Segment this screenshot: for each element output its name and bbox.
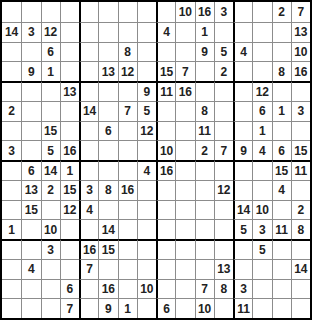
cell-r3c6-empty[interactable] (98, 42, 117, 62)
cell-r12c13-given: 5 (233, 219, 252, 239)
cell-r8c10-empty[interactable] (175, 140, 194, 160)
cell-r2c14-empty[interactable] (252, 22, 271, 42)
cell-r13c13-empty[interactable] (233, 239, 252, 259)
cell-r16c6-given: 9 (98, 298, 117, 318)
sudoku-board: 1016327143124113689541091131215728161391… (0, 0, 312, 320)
cell-r9c12-empty[interactable] (214, 160, 233, 180)
cell-r8c12-given: 7 (214, 140, 233, 160)
cell-r11c9-empty[interactable] (156, 200, 175, 220)
cell-r9c8-given: 4 (137, 160, 156, 180)
cell-r8c13-given: 9 (233, 140, 252, 160)
cell-r14c11-empty[interactable] (195, 259, 214, 279)
cell-r12c8-empty[interactable] (137, 219, 156, 239)
cell-r10c5-given: 3 (79, 180, 98, 200)
cell-r9c7-empty[interactable] (118, 160, 137, 180)
cell-r7c11-given: 11 (195, 121, 214, 141)
cell-r1c11-given: 16 (195, 2, 214, 22)
cell-r3c11-given: 9 (195, 42, 214, 62)
cell-r10c11-empty[interactable] (195, 180, 214, 200)
cell-r16c1-empty[interactable] (2, 298, 21, 318)
cell-r5c15-empty[interactable] (272, 81, 291, 101)
cell-r2c3-given: 12 (41, 22, 60, 42)
cell-r11c4-given: 12 (60, 200, 79, 220)
cell-r14c5-given: 7 (79, 259, 98, 279)
cell-r16c12-empty[interactable] (214, 298, 233, 318)
cell-r3c5-empty[interactable] (79, 42, 98, 62)
cell-r8c15-given: 6 (272, 140, 291, 160)
cell-r6c7-given: 7 (118, 101, 137, 121)
cell-r3c16-given: 10 (291, 42, 310, 62)
cell-r4c1-empty[interactable] (2, 61, 21, 81)
cell-r1c16-given: 7 (291, 2, 310, 22)
cell-r7c10-empty[interactable] (175, 121, 194, 141)
cell-r1c6-empty[interactable] (98, 2, 117, 22)
cell-r14c6-empty[interactable] (98, 259, 117, 279)
cell-r16c11-given: 10 (195, 298, 214, 318)
cell-r15c10-empty[interactable] (175, 279, 194, 299)
cell-r14c10-empty[interactable] (175, 259, 194, 279)
cell-r13c5-given: 16 (79, 239, 98, 259)
cell-r1c5-empty[interactable] (79, 2, 98, 22)
cell-r5c8-given: 9 (137, 81, 156, 101)
cell-r3c7-given: 8 (118, 42, 137, 62)
cell-r13c6-given: 15 (98, 239, 117, 259)
cell-r12c14-given: 3 (252, 219, 271, 239)
cell-r8c11-given: 2 (195, 140, 214, 160)
cell-r10c16-empty[interactable] (291, 180, 310, 200)
cell-r10c2-given: 13 (21, 180, 40, 200)
cell-r9c13-empty[interactable] (233, 160, 252, 180)
cell-r2c13-empty[interactable] (233, 22, 252, 42)
cell-r13c10-empty[interactable] (175, 239, 194, 259)
cell-r1c9-empty[interactable] (156, 2, 175, 22)
cell-r9c11-empty[interactable] (195, 160, 214, 180)
cell-r16c16-empty[interactable] (291, 298, 310, 318)
cell-r8c4-given: 16 (60, 140, 79, 160)
cell-r9c3-given: 14 (41, 160, 60, 180)
cell-r16c10-empty[interactable] (175, 298, 194, 318)
cell-r3c10-empty[interactable] (175, 42, 194, 62)
cell-r7c5-empty[interactable] (79, 121, 98, 141)
cell-r4c4-empty[interactable] (60, 61, 79, 81)
cell-r13c3-given: 3 (41, 239, 60, 259)
cell-r11c3-empty[interactable] (41, 200, 60, 220)
cell-r11c8-empty[interactable] (137, 200, 156, 220)
cell-r16c3-empty[interactable] (41, 298, 60, 318)
cell-r12c9-empty[interactable] (156, 219, 175, 239)
cell-r6c13-empty[interactable] (233, 101, 252, 121)
cell-r2c9-given: 4 (156, 22, 175, 42)
cell-r1c14-empty[interactable] (252, 2, 271, 22)
cell-r9c16-given: 11 (291, 160, 310, 180)
cell-r13c9-empty[interactable] (156, 239, 175, 259)
cell-r4c12-given: 2 (214, 61, 233, 81)
cell-r3c1-empty[interactable] (2, 42, 21, 62)
cell-r16c5-empty[interactable] (79, 298, 98, 318)
cell-r11c15-empty[interactable] (272, 200, 291, 220)
cell-r4c8-empty[interactable] (137, 61, 156, 81)
cell-r6c12-empty[interactable] (214, 101, 233, 121)
cell-r7c12-empty[interactable] (214, 121, 233, 141)
cell-r15c12-given: 8 (214, 279, 233, 299)
cell-r14c7-empty[interactable] (118, 259, 137, 279)
cell-r9c2-given: 6 (21, 160, 40, 180)
cell-r11c10-empty[interactable] (175, 200, 194, 220)
cell-r2c11-given: 1 (195, 22, 214, 42)
cell-r15c14-empty[interactable] (252, 279, 271, 299)
cell-r4c13-empty[interactable] (233, 61, 252, 81)
cell-r13c4-empty[interactable] (60, 239, 79, 259)
cell-r8c3-given: 5 (41, 140, 60, 160)
cell-r6c10-empty[interactable] (175, 101, 194, 121)
cell-r4c15-given: 8 (272, 61, 291, 81)
cell-r3c3-given: 6 (41, 42, 60, 62)
cell-r16c8-empty[interactable] (137, 298, 156, 318)
cell-r15c11-given: 7 (195, 279, 214, 299)
cell-r1c13-empty[interactable] (233, 2, 252, 22)
cell-r10c3-given: 2 (41, 180, 60, 200)
cell-r10c12-given: 12 (214, 180, 233, 200)
cell-r8c16-given: 15 (291, 140, 310, 160)
cell-r12c5-empty[interactable] (79, 219, 98, 239)
cell-r2c4-empty[interactable] (60, 22, 79, 42)
cell-r10c10-empty[interactable] (175, 180, 194, 200)
cell-r14c12-given: 13 (214, 259, 233, 279)
cell-r2c1-given: 14 (2, 22, 21, 42)
cell-r11c13-given: 14 (233, 200, 252, 220)
cell-r1c1-empty[interactable] (2, 2, 21, 22)
cell-r2c2-given: 3 (21, 22, 40, 42)
cell-r13c11-empty[interactable] (195, 239, 214, 259)
cell-r13c16-empty[interactable] (291, 239, 310, 259)
cell-r15c7-empty[interactable] (118, 279, 137, 299)
cell-r6c15-given: 1 (272, 101, 291, 121)
cell-r15c3-empty[interactable] (41, 279, 60, 299)
cell-r15c15-empty[interactable] (272, 279, 291, 299)
cell-r5c9-given: 11 (156, 81, 175, 101)
cell-r11c14-given: 10 (252, 200, 271, 220)
cell-r4c16-given: 16 (291, 61, 310, 81)
cell-r14c3-empty[interactable] (41, 259, 60, 279)
cell-r5c3-empty[interactable] (41, 81, 60, 101)
cell-r16c2-empty[interactable] (21, 298, 40, 318)
cell-r9c4-given: 1 (60, 160, 79, 180)
cell-r7c7-empty[interactable] (118, 121, 137, 141)
cell-r9c14-empty[interactable] (252, 160, 271, 180)
cell-r7c13-empty[interactable] (233, 121, 252, 141)
cell-r9c10-empty[interactable] (175, 160, 194, 180)
cell-r5c1-empty[interactable] (2, 81, 21, 101)
cell-r13c8-empty[interactable] (137, 239, 156, 259)
cell-r3c15-empty[interactable] (272, 42, 291, 62)
cell-r5c13-empty[interactable] (233, 81, 252, 101)
cell-r4c2-given: 9 (21, 61, 40, 81)
cell-r2c10-empty[interactable] (175, 22, 194, 42)
cell-r8c8-empty[interactable] (137, 140, 156, 160)
cell-r12c6-given: 14 (98, 219, 117, 239)
cell-r11c11-empty[interactable] (195, 200, 214, 220)
cell-r8c1-given: 3 (2, 140, 21, 160)
cell-r8c14-given: 4 (252, 140, 271, 160)
cell-r14c13-empty[interactable] (233, 259, 252, 279)
cell-r6c16-given: 3 (291, 101, 310, 121)
cell-r14c9-empty[interactable] (156, 259, 175, 279)
cell-r7c3-given: 15 (41, 121, 60, 141)
cell-r3c12-given: 5 (214, 42, 233, 62)
cell-r5c12-empty[interactable] (214, 81, 233, 101)
cell-r7c1-empty[interactable] (2, 121, 21, 141)
cell-r7c2-empty[interactable] (21, 121, 40, 141)
cell-r15c1-empty[interactable] (2, 279, 21, 299)
cell-r5c10-given: 16 (175, 81, 194, 101)
cell-r14c2-given: 4 (21, 259, 40, 279)
cell-r1c12-given: 3 (214, 2, 233, 22)
cell-r12c1-given: 1 (2, 219, 21, 239)
cell-r16c14-empty[interactable] (252, 298, 271, 318)
cell-r6c9-empty[interactable] (156, 101, 175, 121)
cell-r14c16-given: 14 (291, 259, 310, 279)
cell-r16c4-given: 7 (60, 298, 79, 318)
cell-r8c2-empty[interactable] (21, 140, 40, 160)
cell-r8c5-empty[interactable] (79, 140, 98, 160)
cell-r10c13-empty[interactable] (233, 180, 252, 200)
cell-r15c13-given: 3 (233, 279, 252, 299)
cell-r4c7-given: 12 (118, 61, 137, 81)
cell-r3c9-empty[interactable] (156, 42, 175, 62)
cell-r11c16-given: 2 (291, 200, 310, 220)
cell-r8c7-empty[interactable] (118, 140, 137, 160)
cell-r2c16-given: 13 (291, 22, 310, 42)
cell-r7c6-given: 6 (98, 121, 117, 141)
cell-r10c7-given: 16 (118, 180, 137, 200)
cell-r12c16-given: 8 (291, 219, 310, 239)
cell-r13c1-empty[interactable] (2, 239, 21, 259)
cell-r4c5-empty[interactable] (79, 61, 98, 81)
cell-r2c15-empty[interactable] (272, 22, 291, 42)
cell-r10c15-given: 4 (272, 180, 291, 200)
cell-r11c7-empty[interactable] (118, 200, 137, 220)
cell-r5c5-empty[interactable] (79, 81, 98, 101)
cell-r4c6-given: 13 (98, 61, 117, 81)
cell-r6c3-empty[interactable] (41, 101, 60, 121)
cell-r7c16-empty[interactable] (291, 121, 310, 141)
cell-r16c13-given: 11 (233, 298, 252, 318)
cell-r14c8-empty[interactable] (137, 259, 156, 279)
cell-r14c14-empty[interactable] (252, 259, 271, 279)
cell-r16c7-given: 1 (118, 298, 137, 318)
cell-r3c13-given: 4 (233, 42, 252, 62)
cell-r12c4-empty[interactable] (60, 219, 79, 239)
cell-r13c14-given: 5 (252, 239, 271, 259)
cell-r8c9-given: 10 (156, 140, 175, 160)
cell-r1c2-empty[interactable] (21, 2, 40, 22)
cell-r5c11-empty[interactable] (195, 81, 214, 101)
cell-r14c15-empty[interactable] (272, 259, 291, 279)
cell-r12c11-empty[interactable] (195, 219, 214, 239)
cell-r1c3-empty[interactable] (41, 2, 60, 22)
cell-r6c8-given: 5 (137, 101, 156, 121)
cell-r2c12-empty[interactable] (214, 22, 233, 42)
cell-r3c8-empty[interactable] (137, 42, 156, 62)
cell-r11c1-empty[interactable] (2, 200, 21, 220)
cell-r10c8-empty[interactable] (137, 180, 156, 200)
cell-r1c7-empty[interactable] (118, 2, 137, 22)
cell-r6c1-given: 2 (2, 101, 21, 121)
cell-r10c1-empty[interactable] (2, 180, 21, 200)
cell-r14c1-empty[interactable] (2, 259, 21, 279)
cell-r10c9-empty[interactable] (156, 180, 175, 200)
cell-r15c6-given: 16 (98, 279, 117, 299)
cell-r5c2-empty[interactable] (21, 81, 40, 101)
cell-r16c9-given: 6 (156, 298, 175, 318)
cell-r6c6-empty[interactable] (98, 101, 117, 121)
cell-r2c6-empty[interactable] (98, 22, 117, 42)
cell-r4c14-empty[interactable] (252, 61, 271, 81)
cell-r6c5-given: 14 (79, 101, 98, 121)
cell-r11c6-empty[interactable] (98, 200, 117, 220)
cell-r12c2-empty[interactable] (21, 219, 40, 239)
cell-r1c15-given: 2 (272, 2, 291, 22)
cell-r4c11-empty[interactable] (195, 61, 214, 81)
cell-r16c15-empty[interactable] (272, 298, 291, 318)
cell-r13c2-empty[interactable] (21, 239, 40, 259)
cell-r9c15-given: 15 (272, 160, 291, 180)
cell-r7c4-empty[interactable] (60, 121, 79, 141)
cell-r12c3-given: 10 (41, 219, 60, 239)
cell-r6c2-empty[interactable] (21, 101, 40, 121)
cell-r4c9-given: 15 (156, 61, 175, 81)
cell-r13c15-empty[interactable] (272, 239, 291, 259)
cell-r1c8-empty[interactable] (137, 2, 156, 22)
cell-r11c2-given: 15 (21, 200, 40, 220)
cell-r1c4-empty[interactable] (60, 2, 79, 22)
cell-r7c9-empty[interactable] (156, 121, 175, 141)
cell-r6c11-given: 8 (195, 101, 214, 121)
cell-r11c12-empty[interactable] (214, 200, 233, 220)
cell-r9c6-empty[interactable] (98, 160, 117, 180)
cell-r13c12-empty[interactable] (214, 239, 233, 259)
cell-r10c14-empty[interactable] (252, 180, 271, 200)
cell-r9c5-empty[interactable] (79, 160, 98, 180)
cell-r6c4-empty[interactable] (60, 101, 79, 121)
cell-r12c7-empty[interactable] (118, 219, 137, 239)
cell-r1c10-given: 10 (175, 2, 194, 22)
cell-r15c16-empty[interactable] (291, 279, 310, 299)
cell-r3c2-empty[interactable] (21, 42, 40, 62)
cell-r15c8-given: 10 (137, 279, 156, 299)
cell-r4c10-given: 7 (175, 61, 194, 81)
cell-r3c4-empty[interactable] (60, 42, 79, 62)
cell-r7c15-empty[interactable] (272, 121, 291, 141)
cell-r5c14-given: 12 (252, 81, 271, 101)
cell-r2c5-empty[interactable] (79, 22, 98, 42)
cell-r14c4-empty[interactable] (60, 259, 79, 279)
cell-r13c7-empty[interactable] (118, 239, 137, 259)
cell-r11c5-given: 4 (79, 200, 98, 220)
cell-r2c7-empty[interactable] (118, 22, 137, 42)
cell-r4c3-given: 1 (41, 61, 60, 81)
cell-r7c14-given: 1 (252, 121, 271, 141)
cell-r3c14-empty[interactable] (252, 42, 271, 62)
cell-r12c15-given: 11 (272, 219, 291, 239)
cell-r5c16-empty[interactable] (291, 81, 310, 101)
cell-r9c9-given: 16 (156, 160, 175, 180)
cell-r2c8-empty[interactable] (137, 22, 156, 42)
cell-r5c7-empty[interactable] (118, 81, 137, 101)
cell-r12c10-empty[interactable] (175, 219, 194, 239)
cell-r10c4-given: 15 (60, 180, 79, 200)
cell-r5c6-empty[interactable] (98, 81, 117, 101)
cell-r8c6-empty[interactable] (98, 140, 117, 160)
cell-r10c6-given: 8 (98, 180, 117, 200)
cell-r6c14-given: 6 (252, 101, 271, 121)
cell-r15c5-empty[interactable] (79, 279, 98, 299)
cell-r9c1-empty[interactable] (2, 160, 21, 180)
cell-r15c9-empty[interactable] (156, 279, 175, 299)
cell-r7c8-given: 12 (137, 121, 156, 141)
cell-r15c2-empty[interactable] (21, 279, 40, 299)
cell-r12c12-empty[interactable] (214, 219, 233, 239)
cell-r5c4-given: 13 (60, 81, 79, 101)
cell-r15c4-given: 6 (60, 279, 79, 299)
